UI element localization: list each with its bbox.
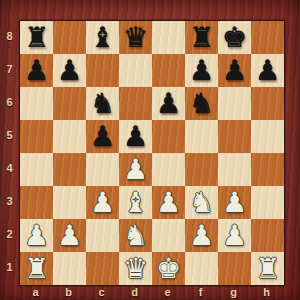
piece-white-pawn-d4: ♟	[119, 153, 152, 186]
square-e8[interactable]	[152, 21, 185, 54]
square-e7[interactable]	[152, 54, 185, 87]
square-d3[interactable]: ♝	[119, 186, 152, 219]
piece-black-pawn-g7: ♟	[218, 54, 251, 87]
square-d4[interactable]: ♟	[119, 153, 152, 186]
square-f2[interactable]: ♟	[185, 219, 218, 252]
piece-black-pawn-d5: ♟	[119, 120, 152, 153]
square-h7[interactable]: ♟	[251, 54, 284, 87]
rank-label-4: 4	[0, 152, 19, 185]
rank-label-5: 5	[0, 119, 19, 152]
square-f5[interactable]	[185, 120, 218, 153]
piece-black-knight-c6: ♞	[86, 87, 119, 120]
square-a3[interactable]	[20, 186, 53, 219]
square-a6[interactable]	[20, 87, 53, 120]
piece-black-pawn-f7: ♟	[185, 54, 218, 87]
square-d5[interactable]: ♟	[119, 120, 152, 153]
piece-white-pawn-e3: ♟	[152, 186, 185, 219]
rank-label-1: 1	[0, 251, 19, 284]
square-f1[interactable]	[185, 252, 218, 285]
square-d6[interactable]	[119, 87, 152, 120]
square-f7[interactable]: ♟	[185, 54, 218, 87]
piece-white-knight-f3: ♞	[185, 186, 218, 219]
piece-white-pawn-a2: ♟	[20, 219, 53, 252]
square-f3[interactable]: ♞	[185, 186, 218, 219]
square-b2[interactable]: ♟	[53, 219, 86, 252]
piece-black-rook-a8: ♜	[20, 21, 53, 54]
square-e1[interactable]: ♚	[152, 252, 185, 285]
square-d1[interactable]: ♛	[119, 252, 152, 285]
file-label-c: c	[85, 285, 118, 300]
square-b5[interactable]	[53, 120, 86, 153]
file-label-b: b	[52, 285, 85, 300]
square-g3[interactable]: ♟	[218, 186, 251, 219]
piece-white-bishop-d3: ♝	[119, 186, 152, 219]
square-c4[interactable]	[86, 153, 119, 186]
square-g8[interactable]: ♚	[218, 21, 251, 54]
square-c1[interactable]	[86, 252, 119, 285]
piece-black-pawn-e6: ♟	[152, 87, 185, 120]
square-h1[interactable]: ♜	[251, 252, 284, 285]
square-b6[interactable]	[53, 87, 86, 120]
square-a1[interactable]: ♜	[20, 252, 53, 285]
square-c2[interactable]	[86, 219, 119, 252]
square-g2[interactable]: ♟	[218, 219, 251, 252]
piece-black-pawn-h7: ♟	[251, 54, 284, 87]
square-b4[interactable]	[53, 153, 86, 186]
square-a8[interactable]: ♜	[20, 21, 53, 54]
file-label-d: d	[118, 285, 151, 300]
piece-white-pawn-c3: ♟	[86, 186, 119, 219]
square-a2[interactable]: ♟	[20, 219, 53, 252]
square-g6[interactable]	[218, 87, 251, 120]
square-a5[interactable]	[20, 120, 53, 153]
square-e2[interactable]	[152, 219, 185, 252]
rank-labels: 87654321	[0, 20, 19, 284]
piece-white-pawn-g2: ♟	[218, 219, 251, 252]
square-g1[interactable]	[218, 252, 251, 285]
piece-black-king-g8: ♚	[218, 21, 251, 54]
square-e6[interactable]: ♟	[152, 87, 185, 120]
square-c5[interactable]: ♟	[86, 120, 119, 153]
piece-black-pawn-c5: ♟	[86, 120, 119, 153]
square-f6[interactable]: ♞	[185, 87, 218, 120]
square-g5[interactable]	[218, 120, 251, 153]
piece-white-pawn-g3: ♟	[218, 186, 251, 219]
square-a7[interactable]: ♟	[20, 54, 53, 87]
square-h3[interactable]	[251, 186, 284, 219]
square-f8[interactable]: ♜	[185, 21, 218, 54]
rank-label-8: 8	[0, 20, 19, 53]
square-d7[interactable]	[119, 54, 152, 87]
square-c6[interactable]: ♞	[86, 87, 119, 120]
square-c3[interactable]: ♟	[86, 186, 119, 219]
file-label-h: h	[250, 285, 283, 300]
piece-white-knight-d2: ♞	[119, 219, 152, 252]
chess-board[interactable]: ♜♝♛♜♚♟♟♟♟♟♞♟♞♟♟♟♟♝♟♞♟♟♟♞♟♟♜♛♚♜	[19, 20, 285, 286]
square-c8[interactable]: ♝	[86, 21, 119, 54]
board-frame: 87654321 abcdefgh ♜♝♛♜♚♟♟♟♟♟♞♟♞♟♟♟♟♝♟♞♟♟…	[0, 0, 300, 300]
piece-black-queen-d8: ♛	[119, 21, 152, 54]
square-h6[interactable]	[251, 87, 284, 120]
piece-white-pawn-f2: ♟	[185, 219, 218, 252]
square-h5[interactable]	[251, 120, 284, 153]
piece-black-bishop-c8: ♝	[86, 21, 119, 54]
piece-black-knight-f6: ♞	[185, 87, 218, 120]
square-f4[interactable]	[185, 153, 218, 186]
piece-white-queen-d1: ♛	[119, 252, 152, 285]
square-b7[interactable]: ♟	[53, 54, 86, 87]
rank-label-3: 3	[0, 185, 19, 218]
piece-black-rook-f8: ♜	[185, 21, 218, 54]
square-b3[interactable]	[53, 186, 86, 219]
piece-white-rook-h1: ♜	[251, 252, 284, 285]
square-a4[interactable]	[20, 153, 53, 186]
rank-label-7: 7	[0, 53, 19, 86]
piece-black-pawn-a7: ♟	[20, 54, 53, 87]
file-label-a: a	[19, 285, 52, 300]
file-label-f: f	[184, 285, 217, 300]
file-label-e: e	[151, 285, 184, 300]
piece-black-pawn-b7: ♟	[53, 54, 86, 87]
square-c7[interactable]	[86, 54, 119, 87]
rank-label-6: 6	[0, 86, 19, 119]
rank-label-2: 2	[0, 218, 19, 251]
piece-white-rook-a1: ♜	[20, 252, 53, 285]
square-e5[interactable]	[152, 120, 185, 153]
square-d8[interactable]: ♛	[119, 21, 152, 54]
square-h2[interactable]	[251, 219, 284, 252]
file-labels: abcdefgh	[19, 285, 283, 300]
square-g7[interactable]: ♟	[218, 54, 251, 87]
square-b1[interactable]	[53, 252, 86, 285]
square-h8[interactable]	[251, 21, 284, 54]
square-e3[interactable]: ♟	[152, 186, 185, 219]
piece-white-king-e1: ♚	[152, 252, 185, 285]
square-e4[interactable]	[152, 153, 185, 186]
square-d2[interactable]: ♞	[119, 219, 152, 252]
square-g4[interactable]	[218, 153, 251, 186]
file-label-g: g	[217, 285, 250, 300]
square-h4[interactable]	[251, 153, 284, 186]
piece-white-pawn-b2: ♟	[53, 219, 86, 252]
square-b8[interactable]	[53, 21, 86, 54]
